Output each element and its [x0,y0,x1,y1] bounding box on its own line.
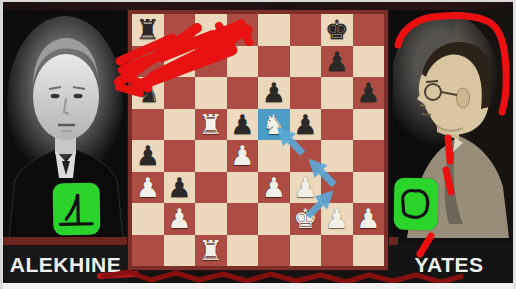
square-a5[interactable] [132,109,164,141]
square-d2[interactable] [227,203,259,235]
square-e5[interactable]: ♞ [258,109,290,141]
piece-black-knight: ♞ [136,79,160,106]
square-f3[interactable]: ♟ [290,172,322,204]
square-h2[interactable]: ♟ [353,203,385,235]
square-f7[interactable] [290,46,322,78]
chess-board: ♜♚♟♞♟♟♜♟♞♟♟♟♟♟♟♟♟♚♟♟♜ [128,10,388,270]
frame-left-edge [0,0,3,289]
square-f2[interactable]: ♚ [290,203,322,235]
piece-black-rook: ♜ [136,16,160,43]
square-h6[interactable]: ♟ [353,77,385,109]
scribbled-circle-glyph [394,178,439,231]
left-name-plate: ALEKHINE [3,245,128,283]
piece-black-pawn: ♟ [230,111,254,138]
black-player-name: YATES [414,254,483,275]
square-b7[interactable] [164,46,196,78]
square-e2[interactable] [258,203,290,235]
digit-one-glyph [53,183,101,236]
square-c4[interactable] [195,140,227,172]
square-b2[interactable]: ♟ [164,203,196,235]
piece-white-rook: ♜ [199,237,223,264]
square-c7[interactable] [195,46,227,78]
square-g2[interactable]: ♟ [321,203,353,235]
right-name-plate: YATES [385,245,513,283]
square-h8[interactable] [353,14,385,46]
piece-black-pawn: ♟ [293,111,317,138]
piece-black-pawn: ♟ [167,174,191,201]
frame-top-edge [0,0,516,2]
square-e1[interactable] [258,235,290,267]
square-f5[interactable]: ♟ [290,109,322,141]
square-b5[interactable] [164,109,196,141]
square-c6[interactable] [195,77,227,109]
square-g7[interactable]: ♟ [321,46,353,78]
square-c2[interactable] [195,203,227,235]
square-e3[interactable]: ♟ [258,172,290,204]
piece-black-pawn: ♟ [325,48,349,75]
square-d4[interactable]: ♟ [227,140,259,172]
square-a6[interactable]: ♞ [132,77,164,109]
piece-white-pawn: ♟ [356,205,380,232]
piece-white-pawn: ♟ [230,142,254,169]
frame-bottom-strip [0,283,516,289]
square-g3[interactable] [321,172,353,204]
square-c3[interactable] [195,172,227,204]
board-grid: ♜♚♟♞♟♟♜♟♞♟♟♟♟♟♟♟♟♚♟♟♜ [132,14,384,266]
square-b8[interactable] [164,14,196,46]
thumbnail-canvas: ALEKHINE YATES ♜♚♟♞♟♟♜♟♞♟♟♟♟♟♟♟♟♚♟♟♜ [0,0,516,289]
square-a1[interactable] [132,235,164,267]
square-f8[interactable] [290,14,322,46]
piece-white-pawn: ♟ [262,174,286,201]
square-b1[interactable] [164,235,196,267]
square-d5[interactable]: ♟ [227,109,259,141]
piece-black-pawn: ♟ [356,79,380,106]
square-b6[interactable] [164,77,196,109]
square-a3[interactable]: ♟ [132,172,164,204]
square-g5[interactable] [321,109,353,141]
square-d3[interactable] [227,172,259,204]
square-f6[interactable] [290,77,322,109]
piece-white-pawn: ♟ [167,205,191,232]
square-c8[interactable] [195,14,227,46]
top-dark-bar [0,2,516,10]
square-g8[interactable]: ♚ [321,14,353,46]
piece-white-king: ♚ [293,205,317,232]
square-c5[interactable]: ♜ [195,109,227,141]
square-g6[interactable] [321,77,353,109]
left-score-badge [53,183,101,236]
piece-black-king: ♚ [325,16,349,43]
square-e8[interactable] [258,14,290,46]
square-d1[interactable] [227,235,259,267]
below-board-strip [128,270,385,283]
white-player-name: ALEKHINE [10,254,121,275]
square-f1[interactable] [290,235,322,267]
square-g1[interactable] [321,235,353,267]
square-h5[interactable] [353,109,385,141]
square-d6[interactable] [227,77,259,109]
square-h7[interactable] [353,46,385,78]
piece-white-pawn: ♟ [293,174,317,201]
square-h4[interactable] [353,140,385,172]
piece-black-pawn: ♟ [136,142,160,169]
square-a7[interactable] [132,46,164,78]
square-e7[interactable] [258,46,290,78]
square-f4[interactable] [290,140,322,172]
piece-black-pawn: ♟ [262,79,286,106]
square-c1[interactable]: ♜ [195,235,227,267]
piece-white-pawn: ♟ [325,205,349,232]
square-e4[interactable] [258,140,290,172]
square-h1[interactable] [353,235,385,267]
piece-white-rook: ♜ [199,111,223,138]
piece-white-knight: ♞ [262,111,286,138]
square-a8[interactable]: ♜ [132,14,164,46]
piece-white-pawn: ♟ [136,174,160,201]
square-a2[interactable] [132,203,164,235]
square-a4[interactable]: ♟ [132,140,164,172]
square-e6[interactable]: ♟ [258,77,290,109]
square-b4[interactable] [164,140,196,172]
square-d8[interactable] [227,14,259,46]
right-score-badge [394,178,439,231]
square-g4[interactable] [321,140,353,172]
square-h3[interactable] [353,172,385,204]
square-d7[interactable] [227,46,259,78]
square-b3[interactable]: ♟ [164,172,196,204]
